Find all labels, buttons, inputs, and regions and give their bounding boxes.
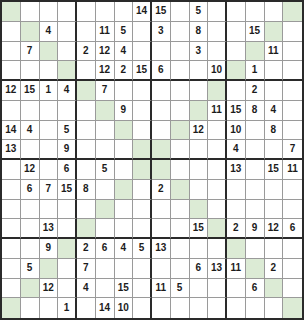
cell-r6c10[interactable] [171, 101, 190, 121]
cell-r16c12[interactable] [208, 298, 227, 318]
cell-r1c9[interactable]: 15 [152, 2, 171, 22]
cell-r11c1[interactable] [2, 200, 21, 220]
cell-r11c13[interactable] [227, 200, 246, 220]
cell-r8c7[interactable] [115, 140, 134, 160]
cell-r10c2[interactable]: 6 [21, 180, 40, 200]
cell-r7c14[interactable] [246, 121, 265, 141]
cell-r9c7[interactable] [115, 160, 134, 180]
cell-r2c3[interactable]: 4 [40, 22, 59, 42]
cell-r5c13[interactable] [227, 81, 246, 101]
cell-r9c3[interactable] [40, 160, 59, 180]
cell-r6c11-diagonal[interactable] [190, 101, 209, 121]
cell-r5c10[interactable] [171, 81, 190, 101]
cell-r10c15[interactable] [265, 180, 284, 200]
cell-r5c4[interactable]: 4 [58, 81, 77, 101]
cell-r15c16[interactable] [283, 279, 302, 299]
cell-r1c16-diagonal[interactable] [283, 2, 302, 22]
cell-r14c6[interactable] [96, 259, 115, 279]
cell-r8c10[interactable] [171, 140, 190, 160]
cell-r8c6[interactable] [96, 140, 115, 160]
cell-r6c12[interactable]: 11 [208, 101, 227, 121]
cell-r3c11[interactable]: 3 [190, 42, 209, 62]
sudoku-x-board: 1415541153815721243111221561011215147291… [0, 0, 304, 320]
cell-r16c1-diagonal[interactable] [2, 298, 21, 318]
cell-r11c12[interactable] [208, 200, 227, 220]
cell-r2c16[interactable] [283, 22, 302, 42]
cell-r1c2[interactable] [21, 2, 40, 22]
cell-r3c4[interactable] [58, 42, 77, 62]
cell-r4c7[interactable]: 2 [115, 61, 134, 81]
cell-r4c16[interactable] [283, 61, 302, 81]
cell-r7c16[interactable] [283, 121, 302, 141]
cell-r2c4[interactable] [58, 22, 77, 42]
cell-r3c3-diagonal[interactable] [40, 42, 59, 62]
cell-r12c15[interactable]: 12 [265, 219, 284, 239]
cell-r11c2[interactable] [21, 200, 40, 220]
cell-r13c2[interactable] [21, 239, 40, 259]
cell-r9c1[interactable] [2, 160, 21, 180]
cell-r2c12[interactable] [208, 22, 227, 42]
cell-r15c8[interactable] [133, 279, 152, 299]
cell-r3c7[interactable]: 4 [115, 42, 134, 62]
cell-r2c9[interactable]: 3 [152, 22, 171, 42]
cell-r6c9[interactable] [152, 101, 171, 121]
cell-r2c5[interactable] [77, 22, 96, 42]
cell-r8c9-diagonal[interactable] [152, 140, 171, 160]
cell-r14c2[interactable]: 5 [21, 259, 40, 279]
cell-r12c8[interactable] [133, 219, 152, 239]
cell-r8c16[interactable]: 7 [283, 140, 302, 160]
cell-r14c16[interactable] [283, 259, 302, 279]
cell-r13c9[interactable]: 13 [152, 239, 171, 259]
cell-r3c13[interactable] [227, 42, 246, 62]
cell-r4c3[interactable] [40, 61, 59, 81]
cell-r12c6[interactable] [96, 219, 115, 239]
cell-r10c3[interactable]: 7 [40, 180, 59, 200]
cell-r16c4[interactable]: 1 [58, 298, 77, 318]
cell-r9c2[interactable]: 12 [21, 160, 40, 180]
cell-r3c6[interactable]: 12 [96, 42, 115, 62]
cell-r16c8[interactable] [133, 298, 152, 318]
cell-r2c8[interactable] [133, 22, 152, 42]
cell-r12c13[interactable]: 2 [227, 219, 246, 239]
cell-r2c11[interactable]: 8 [190, 22, 209, 42]
cell-r7c11[interactable]: 12 [190, 121, 209, 141]
cell-r12c3[interactable]: 13 [40, 219, 59, 239]
cell-r10c16[interactable] [283, 180, 302, 200]
cell-r6c2[interactable] [21, 101, 40, 121]
cell-r1c12[interactable] [208, 2, 227, 22]
cell-r2c14[interactable]: 15 [246, 22, 265, 42]
cell-r6c14[interactable]: 8 [246, 101, 265, 121]
cell-r2c6[interactable]: 11 [96, 22, 115, 42]
cell-r16c7[interactable]: 10 [115, 298, 134, 318]
cell-r8c13[interactable]: 4 [227, 140, 246, 160]
cell-r16c10[interactable] [171, 298, 190, 318]
cell-r14c14-diagonal[interactable] [246, 259, 265, 279]
cell-r1c10[interactable] [171, 2, 190, 22]
cell-r13c1[interactable] [2, 239, 21, 259]
cell-r3c9[interactable] [152, 42, 171, 62]
cell-r10c6[interactable] [96, 180, 115, 200]
cell-r5c11[interactable] [190, 81, 209, 101]
cell-r15c1[interactable] [2, 279, 21, 299]
cell-r16c13[interactable] [227, 298, 246, 318]
cell-r7c13[interactable]: 10 [227, 121, 246, 141]
cell-r14c13[interactable]: 11 [227, 259, 246, 279]
cell-r5c1[interactable]: 12 [2, 81, 21, 101]
cell-r9c12[interactable] [208, 160, 227, 180]
cell-r9c8-diagonal[interactable] [133, 160, 152, 180]
cell-r16c6[interactable]: 14 [96, 298, 115, 318]
cell-r6c5[interactable] [77, 101, 96, 121]
cell-r8c8-diagonal[interactable] [133, 140, 152, 160]
cell-r5c14[interactable]: 2 [246, 81, 265, 101]
cell-r1c4[interactable] [58, 2, 77, 22]
cell-r6c4[interactable] [58, 101, 77, 121]
cell-r12c12-diagonal[interactable] [208, 219, 227, 239]
cell-r15c2-diagonal[interactable] [21, 279, 40, 299]
cell-r7c8[interactable] [133, 121, 152, 141]
cell-r6c1[interactable] [2, 101, 21, 121]
cell-r3c10[interactable] [171, 42, 190, 62]
cell-r12c2[interactable] [21, 219, 40, 239]
cell-r4c15[interactable] [265, 61, 284, 81]
cell-r15c13[interactable] [227, 279, 246, 299]
cell-r15c7[interactable]: 15 [115, 279, 134, 299]
cell-r15c9[interactable]: 11 [152, 279, 171, 299]
cell-r1c3[interactable] [40, 2, 59, 22]
cell-r10c12[interactable] [208, 180, 227, 200]
cell-r5c7[interactable] [115, 81, 134, 101]
cell-r15c5[interactable]: 4 [77, 279, 96, 299]
cell-r3c8[interactable] [133, 42, 152, 62]
puzzle-stage: 1415541153815721243111221561011215147291… [0, 0, 304, 320]
cell-r14c8[interactable] [133, 259, 152, 279]
cell-r10c10-diagonal[interactable] [171, 180, 190, 200]
cell-r13c14[interactable] [246, 239, 265, 259]
cell-r10c4[interactable]: 15 [58, 180, 77, 200]
cell-r9c6[interactable]: 5 [96, 160, 115, 180]
cell-r12c14[interactable]: 9 [246, 219, 265, 239]
cell-r2c2-diagonal[interactable] [21, 22, 40, 42]
cell-r15c15-diagonal[interactable] [265, 279, 284, 299]
cell-r7c15[interactable]: 8 [265, 121, 284, 141]
cell-r12c16[interactable]: 6 [283, 219, 302, 239]
cell-r4c2[interactable] [21, 61, 40, 81]
cell-r9c10[interactable] [171, 160, 190, 180]
cell-r13c3[interactable]: 9 [40, 239, 59, 259]
cell-r5c5-diagonal[interactable] [77, 81, 96, 101]
cell-r14c3-diagonal[interactable] [40, 259, 59, 279]
cell-r16c16-diagonal[interactable] [283, 298, 302, 318]
cell-r10c14[interactable] [246, 180, 265, 200]
cell-r1c5[interactable] [77, 2, 96, 22]
cell-r11c10[interactable] [171, 200, 190, 220]
cell-r7c12[interactable] [208, 121, 227, 141]
cell-r14c15[interactable]: 2 [265, 259, 284, 279]
cell-r14c1[interactable] [2, 259, 21, 279]
cell-r16c3[interactable] [40, 298, 59, 318]
cell-r2c10[interactable] [171, 22, 190, 42]
cell-r12c5-diagonal[interactable] [77, 219, 96, 239]
cell-r15c4[interactable] [58, 279, 77, 299]
cell-r15c11[interactable] [190, 279, 209, 299]
cell-r1c13[interactable] [227, 2, 246, 22]
cell-r12c7[interactable] [115, 219, 134, 239]
cell-r1c6[interactable] [96, 2, 115, 22]
cell-r4c13-diagonal[interactable] [227, 61, 246, 81]
cell-r6c7[interactable]: 9 [115, 101, 134, 121]
cell-r3c1[interactable] [2, 42, 21, 62]
cell-r9c11[interactable] [190, 160, 209, 180]
cell-r8c15[interactable] [265, 140, 284, 160]
cell-r7c6[interactable] [96, 121, 115, 141]
cell-r8c1[interactable]: 13 [2, 140, 21, 160]
cell-r4c6[interactable]: 12 [96, 61, 115, 81]
cell-r12c11[interactable]: 15 [190, 219, 209, 239]
cell-r10c7-diagonal[interactable] [115, 180, 134, 200]
cell-r14c7[interactable] [115, 259, 134, 279]
cell-r10c13[interactable] [227, 180, 246, 200]
cell-r5c8[interactable] [133, 81, 152, 101]
cell-r6c6-diagonal[interactable] [96, 101, 115, 121]
cell-r13c11[interactable] [190, 239, 209, 259]
cell-r13c12[interactable] [208, 239, 227, 259]
cell-r1c11[interactable]: 5 [190, 2, 209, 22]
cell-r15c3[interactable]: 12 [40, 279, 59, 299]
cell-r14c4[interactable] [58, 259, 77, 279]
cell-r7c7-diagonal[interactable] [115, 121, 134, 141]
cell-r2c13[interactable] [227, 22, 246, 42]
cell-r15c14[interactable]: 6 [246, 279, 265, 299]
cell-r3c2[interactable]: 7 [21, 42, 40, 62]
cell-r15c12[interactable] [208, 279, 227, 299]
cell-r11c4[interactable] [58, 200, 77, 220]
cell-r13c13-diagonal[interactable] [227, 239, 246, 259]
cell-r12c1[interactable] [2, 219, 21, 239]
cell-r4c12[interactable]: 10 [208, 61, 227, 81]
cell-r11c8[interactable] [133, 200, 152, 220]
cell-r6c3[interactable] [40, 101, 59, 121]
cell-r4c9[interactable]: 6 [152, 61, 171, 81]
cell-r5c15[interactable] [265, 81, 284, 101]
cell-r6c8[interactable] [133, 101, 152, 121]
cell-r3c15[interactable]: 11 [265, 42, 284, 62]
cell-r14c9[interactable] [152, 259, 171, 279]
cell-r10c5[interactable]: 8 [77, 180, 96, 200]
cell-r16c5[interactable] [77, 298, 96, 318]
cell-r2c15-diagonal[interactable] [265, 22, 284, 42]
cell-r4c10[interactable] [171, 61, 190, 81]
cell-r9c16[interactable]: 11 [283, 160, 302, 180]
cell-r10c11[interactable] [190, 180, 209, 200]
cell-r4c4-diagonal[interactable] [58, 61, 77, 81]
cell-r12c4[interactable] [58, 219, 77, 239]
cell-r7c3[interactable] [40, 121, 59, 141]
cell-r4c1[interactable] [2, 61, 21, 81]
cell-r3c12[interactable] [208, 42, 227, 62]
cell-r13c16[interactable] [283, 239, 302, 259]
cell-r8c3[interactable] [40, 140, 59, 160]
cell-r11c7[interactable] [115, 200, 134, 220]
cell-r4c14[interactable]: 1 [246, 61, 265, 81]
cell-r1c1-diagonal[interactable] [2, 2, 21, 22]
cell-r11c9[interactable] [152, 200, 171, 220]
cell-r11c16[interactable] [283, 200, 302, 220]
cell-r4c11[interactable] [190, 61, 209, 81]
cell-r15c6[interactable] [96, 279, 115, 299]
cell-r7c4[interactable]: 5 [58, 121, 77, 141]
cell-r11c15[interactable] [265, 200, 284, 220]
cell-r3c5[interactable]: 2 [77, 42, 96, 62]
cell-r11c14[interactable] [246, 200, 265, 220]
cell-r2c7[interactable]: 5 [115, 22, 134, 42]
cell-r9c9-diagonal[interactable] [152, 160, 171, 180]
cell-r5c6[interactable]: 7 [96, 81, 115, 101]
cell-r7c5[interactable] [77, 121, 96, 141]
cell-r10c1[interactable] [2, 180, 21, 200]
cell-r1c14[interactable] [246, 2, 265, 22]
cell-r14c5[interactable]: 7 [77, 259, 96, 279]
cell-r4c8[interactable]: 15 [133, 61, 152, 81]
cell-r7c1[interactable]: 14 [2, 121, 21, 141]
cell-r8c11[interactable] [190, 140, 209, 160]
cell-r13c8[interactable]: 5 [133, 239, 152, 259]
cell-r15c10[interactable]: 5 [171, 279, 190, 299]
cell-r6c16[interactable] [283, 101, 302, 121]
cell-r7c10-diagonal[interactable] [171, 121, 190, 141]
cell-r13c15[interactable] [265, 239, 284, 259]
cell-r13c7[interactable]: 4 [115, 239, 134, 259]
cell-r9c4[interactable]: 6 [58, 160, 77, 180]
cell-r13c5[interactable]: 2 [77, 239, 96, 259]
cell-r11c3[interactable] [40, 200, 59, 220]
cell-r13c6[interactable]: 6 [96, 239, 115, 259]
cell-r5c12-diagonal[interactable] [208, 81, 227, 101]
cell-r5c9[interactable] [152, 81, 171, 101]
cell-r3c14-diagonal[interactable] [246, 42, 265, 62]
cell-r3c16[interactable] [283, 42, 302, 62]
cell-r5c3[interactable]: 1 [40, 81, 59, 101]
cell-r1c15[interactable] [265, 2, 284, 22]
cell-r11c6-diagonal[interactable] [96, 200, 115, 220]
cell-r9c14[interactable] [246, 160, 265, 180]
cell-r12c10[interactable] [171, 219, 190, 239]
cell-r16c14[interactable] [246, 298, 265, 318]
cell-r5c2[interactable]: 15 [21, 81, 40, 101]
cell-r11c11-diagonal[interactable] [190, 200, 209, 220]
cell-r9c5[interactable] [77, 160, 96, 180]
cell-r6c13[interactable]: 15 [227, 101, 246, 121]
cell-r9c13[interactable]: 13 [227, 160, 246, 180]
cell-r7c2[interactable]: 4 [21, 121, 40, 141]
cell-r8c4[interactable]: 9 [58, 140, 77, 160]
cell-r13c4-diagonal[interactable] [58, 239, 77, 259]
cell-r7c9[interactable] [152, 121, 171, 141]
cell-r6c15[interactable]: 4 [265, 101, 284, 121]
cell-r1c7[interactable] [115, 2, 134, 22]
cell-r1c8[interactable]: 14 [133, 2, 152, 22]
cell-r11c5[interactable] [77, 200, 96, 220]
cell-r12c9[interactable] [152, 219, 171, 239]
cell-r14c12[interactable]: 13 [208, 259, 227, 279]
cell-r8c14[interactable] [246, 140, 265, 160]
cell-r10c8[interactable] [133, 180, 152, 200]
cell-r16c15[interactable] [265, 298, 284, 318]
cell-r16c9[interactable] [152, 298, 171, 318]
cell-r2c1[interactable] [2, 22, 21, 42]
cell-r16c2[interactable] [21, 298, 40, 318]
cell-r10c9[interactable]: 2 [152, 180, 171, 200]
cell-r14c11[interactable]: 6 [190, 259, 209, 279]
cell-r8c12[interactable] [208, 140, 227, 160]
cell-r8c2[interactable] [21, 140, 40, 160]
cell-r8c5[interactable] [77, 140, 96, 160]
cell-r9c15[interactable]: 15 [265, 160, 284, 180]
cell-r14c10[interactable] [171, 259, 190, 279]
cell-r16c11[interactable] [190, 298, 209, 318]
cell-r13c10[interactable] [171, 239, 190, 259]
cell-r5c16[interactable] [283, 81, 302, 101]
cell-r4c5[interactable] [77, 61, 96, 81]
